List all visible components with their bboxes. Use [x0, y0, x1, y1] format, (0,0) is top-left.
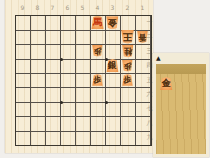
board-square-4-7[interactable] [91, 102, 106, 116]
board-square-3-6[interactable] [106, 88, 121, 102]
board-square-5-9[interactable] [76, 131, 91, 145]
board-square-5-6[interactable] [76, 88, 91, 102]
board-square-5-1[interactable] [76, 16, 91, 30]
board-square-4-2[interactable] [91, 30, 106, 44]
board-square-6-5[interactable] [61, 74, 76, 88]
board-square-9-1[interactable] [16, 16, 31, 30]
board-square-5-3[interactable] [76, 45, 91, 59]
board-square-3-5[interactable] [106, 74, 121, 88]
board-square-2-6[interactable] [121, 88, 136, 102]
sente-marker-icon: ▲ [156, 55, 161, 61]
board-square-3-9[interactable] [106, 131, 121, 145]
board-square-5-5[interactable] [76, 74, 91, 88]
board-square-7-8[interactable] [46, 117, 61, 131]
board-square-3-3[interactable] [106, 45, 121, 59]
file-label: 1 [135, 5, 150, 11]
board-square-7-2[interactable] [46, 30, 61, 44]
board-square-1-7[interactable] [136, 102, 151, 116]
board-square-1-6[interactable] [136, 88, 151, 102]
board-square-1-9[interactable] [136, 131, 151, 145]
board-square-1-3[interactable] [136, 45, 151, 59]
board-square-8-7[interactable] [31, 102, 46, 116]
board-square-5-7[interactable] [76, 102, 91, 116]
board-square-7-6[interactable] [46, 88, 61, 102]
board-square-8-5[interactable] [31, 74, 46, 88]
board-square-6-4[interactable] [61, 59, 76, 73]
board-square-4-4[interactable] [91, 59, 106, 73]
board-square-2-8[interactable] [121, 117, 136, 131]
hand-pieces: 金 [160, 77, 204, 152]
board-square-2-9[interactable] [121, 131, 136, 145]
file-label: 8 [30, 5, 45, 11]
board-square-9-8[interactable] [16, 117, 31, 131]
board-square-3-7[interactable] [106, 102, 121, 116]
board-square-8-9[interactable] [31, 131, 46, 145]
board-square-1-4[interactable] [136, 59, 151, 73]
board-square-4-9[interactable] [91, 131, 106, 145]
sente-piece-4-5[interactable]: 歩 [92, 74, 103, 86]
file-label: 6 [60, 5, 75, 11]
board-square-9-9[interactable] [16, 131, 31, 145]
board-square-6-7[interactable] [61, 102, 76, 116]
komadai-header [156, 64, 206, 74]
board-square-7-3[interactable] [46, 45, 61, 59]
file-label: 3 [105, 5, 120, 11]
gote-piece-2-2[interactable]: 王 [121, 30, 134, 44]
sente-promoted-piece-4-1[interactable]: 馬 [91, 16, 104, 29]
board-square-6-2[interactable] [61, 30, 76, 44]
sente-hand-piece-金[interactable]: 金 [160, 77, 173, 90]
gote-piece-1-2[interactable]: 香 [137, 31, 148, 43]
board-square-8-4[interactable] [31, 59, 46, 73]
file-label: 4 [90, 5, 105, 11]
sente-piece-2-5[interactable]: 歩 [122, 74, 133, 86]
gote-piece-2-4[interactable]: 歩 [122, 60, 133, 72]
board-square-3-8[interactable] [106, 117, 121, 131]
file-label: 9 [15, 5, 30, 11]
board-square-7-1[interactable] [46, 16, 61, 30]
komadai: 金 [156, 64, 206, 154]
shogi-diagram: 987654321 一二三四五六七八九 馬金王香歩桂銀歩歩歩 ▲ 金 [0, 0, 210, 158]
file-label: 7 [45, 5, 60, 11]
board-square-7-5[interactable] [46, 74, 61, 88]
board-square-1-5[interactable] [136, 74, 151, 88]
board-square-5-8[interactable] [76, 117, 91, 131]
board-square-3-2[interactable] [106, 30, 121, 44]
board-square-8-1[interactable] [31, 16, 46, 30]
board-square-2-1[interactable] [121, 16, 136, 30]
file-label: 5 [75, 5, 90, 11]
board-square-1-8[interactable] [136, 117, 151, 131]
board-square-6-6[interactable] [61, 88, 76, 102]
board-square-6-8[interactable] [61, 117, 76, 131]
board-square-6-3[interactable] [61, 45, 76, 59]
board-square-4-8[interactable] [91, 117, 106, 131]
board-square-9-2[interactable] [16, 30, 31, 44]
sente-hand-panel: ▲ 金 [153, 53, 209, 157]
board-square-8-6[interactable] [31, 88, 46, 102]
shogi-board: 987654321 一二三四五六七八九 馬金王香歩桂銀歩歩歩 [5, 0, 153, 153]
board-square-7-4[interactable] [46, 59, 61, 73]
board-square-9-4[interactable] [16, 59, 31, 73]
board-square-7-7[interactable] [46, 102, 61, 116]
board-square-2-7[interactable] [121, 102, 136, 116]
board-square-8-8[interactable] [31, 117, 46, 131]
board-square-1-1[interactable] [136, 16, 151, 30]
board-square-5-4[interactable] [76, 59, 91, 73]
board-square-8-2[interactable] [31, 30, 46, 44]
board-square-6-9[interactable] [61, 131, 76, 145]
board-square-9-5[interactable] [16, 74, 31, 88]
board-square-4-6[interactable] [91, 88, 106, 102]
file-label: 2 [120, 5, 135, 11]
board-square-6-1[interactable] [61, 16, 76, 30]
board-square-8-3[interactable] [31, 45, 46, 59]
board-square-7-9[interactable] [46, 131, 61, 145]
board-square-9-6[interactable] [16, 88, 31, 102]
board-square-9-3[interactable] [16, 45, 31, 59]
board-square-5-2[interactable] [76, 30, 91, 44]
board-square-9-7[interactable] [16, 102, 31, 116]
sente-piece-3-4[interactable]: 銀 [106, 59, 118, 72]
